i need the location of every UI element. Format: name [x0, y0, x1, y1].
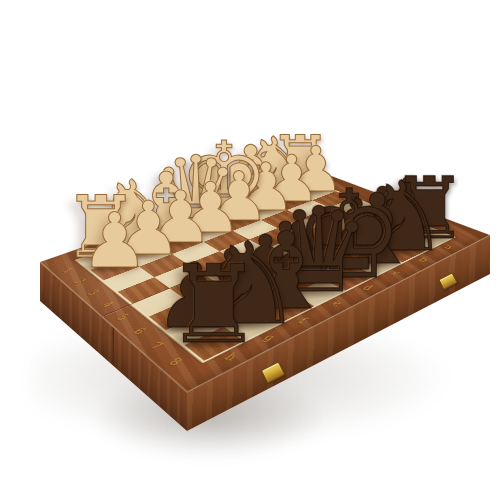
file-label: h — [222, 352, 240, 362]
file-label: d — [361, 284, 375, 292]
file-label: g — [261, 333, 278, 343]
rank-label: 8 — [166, 356, 185, 367]
rank-label: 3 — [85, 289, 101, 297]
rank-label: 6 — [130, 326, 148, 335]
file-label: b — [417, 256, 430, 263]
rank-label: 2 — [72, 278, 88, 285]
file-label: f — [296, 317, 309, 325]
rank-label: 5 — [114, 313, 131, 322]
rank-label: 4 — [99, 300, 116, 308]
rank-label: 7 — [148, 341, 166, 351]
file-label: a — [443, 244, 455, 250]
fold-seam-crack — [113, 327, 114, 366]
chess-set-photo: 12345678hgfedcba ♜♞♝♚♛♝♞♜♟♟♟♟♟♟♟♟♟♟♟♟♟♟♟… — [0, 0, 500, 500]
file-label: c — [390, 270, 403, 277]
rank-label: 1 — [60, 267, 76, 274]
file-label: e — [330, 299, 344, 307]
